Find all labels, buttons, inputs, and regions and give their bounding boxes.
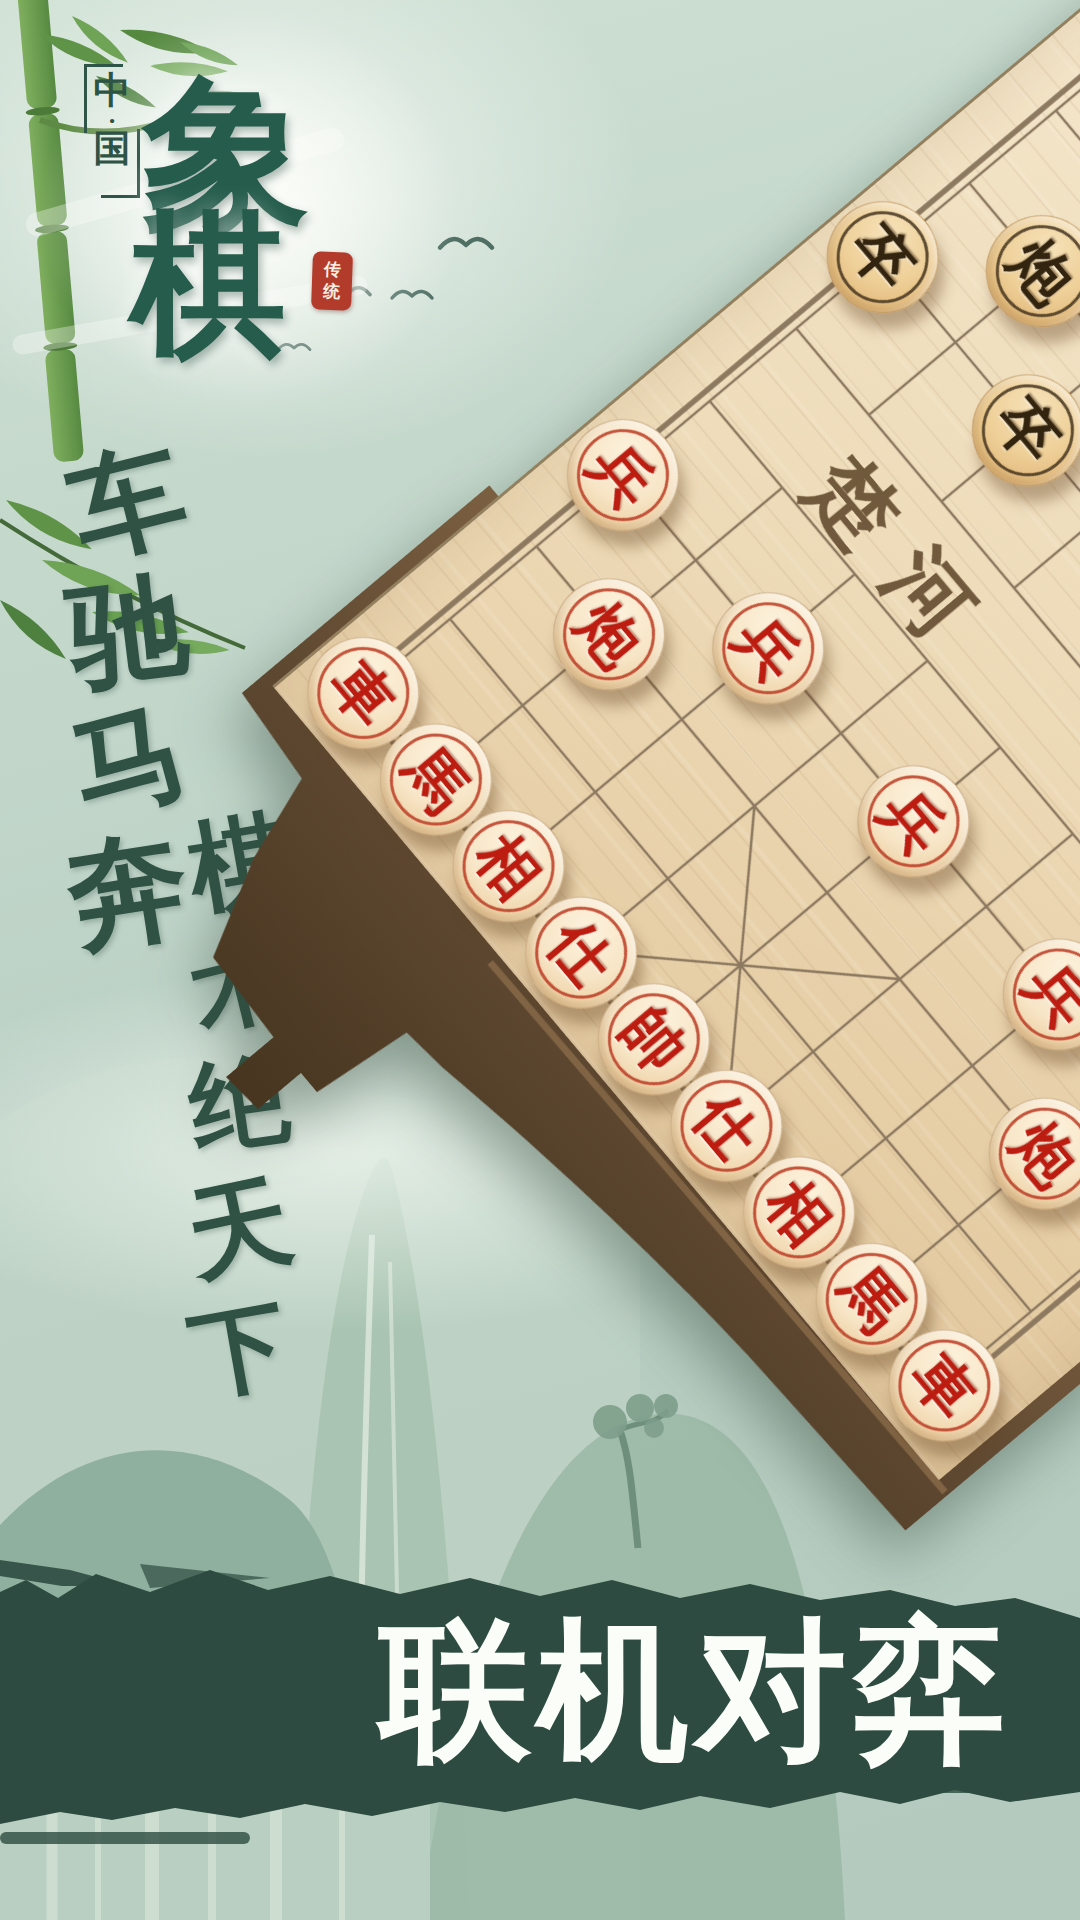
logo-country-bottom: 国 [94,128,131,171]
piece-glyph: 帥 [612,997,697,1082]
piece-glyph: 車 [902,1343,987,1428]
logo-block: 中 · 国 象 棋 传 统 [0,0,420,420]
poster-root: 中 · 国 象 棋 传 统 车驰马奔 棋术绝天下 [0,0,1080,1920]
piece-glyph: 卒 [986,388,1071,473]
piece-glyph: 兵 [581,433,666,518]
tagline-char: 下 [183,1294,294,1405]
tagline-char: 驰 [62,565,194,697]
seal-char: 传 [324,259,342,282]
piece-glyph: 車 [321,651,406,736]
piece-glyph: 相 [757,1170,842,1255]
piece-glyph: 馬 [394,737,479,822]
piece-glyph: 兵 [726,606,811,691]
piece-glyph: 炮 [1003,1111,1080,1196]
logo-country-dot: · [108,113,117,129]
piece-glyph: 卒 [840,215,925,300]
piece-glyph: 相 [466,824,551,909]
piece-glyph: 兵 [1017,952,1080,1037]
logo-country-text: 中 · 国 [86,70,138,171]
piece-glyph: 仕 [684,1084,769,1169]
piece-glyph: 兵 [871,779,956,864]
piece-glyph: 仕 [539,910,624,995]
tagline-char: 车 [60,434,196,570]
banner-label[interactable]: 联机对弈 [379,1614,1011,1766]
logo-main-char-qi: 棋 [130,206,286,362]
piece-glyph: 炮 [1000,229,1080,314]
tradition-seal: 传 统 [311,251,353,310]
piece-glyph: 炮 [567,592,652,677]
piece-glyph: 馬 [829,1257,914,1342]
seal-char: 统 [323,281,341,304]
